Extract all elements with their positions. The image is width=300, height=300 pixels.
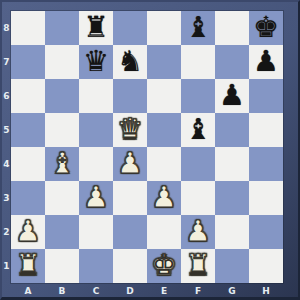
square-g8[interactable] — [215, 11, 249, 45]
white-king-e1-icon[interactable]: ♚ — [147, 249, 181, 283]
white-rook-a1-icon[interactable]: ♜ — [11, 249, 45, 283]
square-b7[interactable] — [45, 45, 79, 79]
square-d5[interactable]: ♛ — [113, 113, 147, 147]
square-d4[interactable]: ♟ — [113, 147, 147, 181]
square-d7[interactable]: ♞ — [113, 45, 147, 79]
square-h8[interactable]: ♚ — [249, 11, 283, 45]
square-c8[interactable]: ♜ — [79, 11, 113, 45]
square-h1[interactable] — [249, 249, 283, 283]
square-b3[interactable] — [45, 181, 79, 215]
square-b6[interactable] — [45, 79, 79, 113]
square-d1[interactable] — [113, 249, 147, 283]
square-h7[interactable]: ♟ — [249, 45, 283, 79]
rank-label-5: 5 — [2, 113, 11, 147]
square-a1[interactable]: ♜ — [11, 249, 45, 283]
square-a6[interactable] — [11, 79, 45, 113]
square-a4[interactable] — [11, 147, 45, 181]
square-c4[interactable] — [79, 147, 113, 181]
white-pawn-f2-icon[interactable]: ♟ — [181, 215, 215, 249]
white-pawn-e3-icon[interactable]: ♟ — [147, 181, 181, 215]
square-c2[interactable] — [79, 215, 113, 249]
square-g1[interactable] — [215, 249, 249, 283]
black-bishop-f8-icon[interactable]: ♝ — [181, 11, 215, 45]
square-f8[interactable]: ♝ — [181, 11, 215, 45]
square-e4[interactable] — [147, 147, 181, 181]
square-f1[interactable]: ♜ — [181, 249, 215, 283]
square-g2[interactable] — [215, 215, 249, 249]
square-h2[interactable] — [249, 215, 283, 249]
square-d2[interactable] — [113, 215, 147, 249]
file-label-a: A — [11, 284, 45, 298]
square-c6[interactable] — [79, 79, 113, 113]
square-g5[interactable] — [215, 113, 249, 147]
square-b5[interactable] — [45, 113, 79, 147]
rank-label-4: 4 — [2, 147, 11, 181]
square-b4[interactable]: ♝ — [45, 147, 79, 181]
square-h4[interactable] — [249, 147, 283, 181]
square-c5[interactable] — [79, 113, 113, 147]
square-d8[interactable] — [113, 11, 147, 45]
file-label-b: B — [45, 284, 79, 298]
file-label-c: C — [79, 284, 113, 298]
black-bishop-f5-icon[interactable]: ♝ — [181, 113, 215, 147]
square-f4[interactable] — [181, 147, 215, 181]
square-g7[interactable] — [215, 45, 249, 79]
rank-label-6: 6 — [2, 79, 11, 113]
file-label-d: D — [113, 284, 147, 298]
square-f7[interactable] — [181, 45, 215, 79]
square-a5[interactable] — [11, 113, 45, 147]
square-f5[interactable]: ♝ — [181, 113, 215, 147]
white-pawn-a2-icon[interactable]: ♟ — [11, 215, 45, 249]
square-e6[interactable] — [147, 79, 181, 113]
black-pawn-h7-icon[interactable]: ♟ — [249, 45, 283, 79]
file-label-h: H — [249, 284, 283, 298]
square-a7[interactable] — [11, 45, 45, 79]
square-h6[interactable] — [249, 79, 283, 113]
black-knight-d7-icon[interactable]: ♞ — [113, 45, 147, 79]
rank-label-1: 1 — [2, 249, 11, 283]
square-a8[interactable] — [11, 11, 45, 45]
square-f2[interactable]: ♟ — [181, 215, 215, 249]
chess-diagram: ♜♝♚♛♞♟♟♛♝♝♟♟♟♟♟♜♚♜ 87654321 ABCDEFGH — [0, 0, 300, 300]
square-f3[interactable] — [181, 181, 215, 215]
rank-label-3: 3 — [2, 181, 11, 215]
square-d6[interactable] — [113, 79, 147, 113]
square-c3[interactable]: ♟ — [79, 181, 113, 215]
square-a3[interactable] — [11, 181, 45, 215]
square-g4[interactable] — [215, 147, 249, 181]
white-bishop-b4-icon[interactable]: ♝ — [45, 147, 79, 181]
square-e3[interactable]: ♟ — [147, 181, 181, 215]
square-g3[interactable] — [215, 181, 249, 215]
file-label-g: G — [215, 284, 249, 298]
square-e1[interactable]: ♚ — [147, 249, 181, 283]
chess-board[interactable]: ♜♝♚♛♞♟♟♛♝♝♟♟♟♟♟♜♚♜ — [11, 11, 283, 283]
black-rook-c8-icon[interactable]: ♜ — [79, 11, 113, 45]
square-e8[interactable] — [147, 11, 181, 45]
rank-label-2: 2 — [2, 215, 11, 249]
file-label-e: E — [147, 284, 181, 298]
square-b1[interactable] — [45, 249, 79, 283]
white-pawn-d4-icon[interactable]: ♟ — [113, 147, 147, 181]
square-e5[interactable] — [147, 113, 181, 147]
square-a2[interactable]: ♟ — [11, 215, 45, 249]
black-pawn-g6-icon[interactable]: ♟ — [215, 79, 249, 113]
square-f6[interactable] — [181, 79, 215, 113]
square-b8[interactable] — [45, 11, 79, 45]
white-queen-d5-icon[interactable]: ♛ — [113, 113, 147, 147]
square-c7[interactable]: ♛ — [79, 45, 113, 79]
black-queen-c7-icon[interactable]: ♛ — [79, 45, 113, 79]
square-h3[interactable] — [249, 181, 283, 215]
black-king-h8-icon[interactable]: ♚ — [249, 11, 283, 45]
rank-label-8: 8 — [2, 11, 11, 45]
square-g6[interactable]: ♟ — [215, 79, 249, 113]
square-c1[interactable] — [79, 249, 113, 283]
square-e2[interactable] — [147, 215, 181, 249]
square-e7[interactable] — [147, 45, 181, 79]
square-b2[interactable] — [45, 215, 79, 249]
white-rook-f1-icon[interactable]: ♜ — [181, 249, 215, 283]
file-label-f: F — [181, 284, 215, 298]
white-pawn-c3-icon[interactable]: ♟ — [79, 181, 113, 215]
rank-label-7: 7 — [2, 45, 11, 79]
square-d3[interactable] — [113, 181, 147, 215]
square-h5[interactable] — [249, 113, 283, 147]
